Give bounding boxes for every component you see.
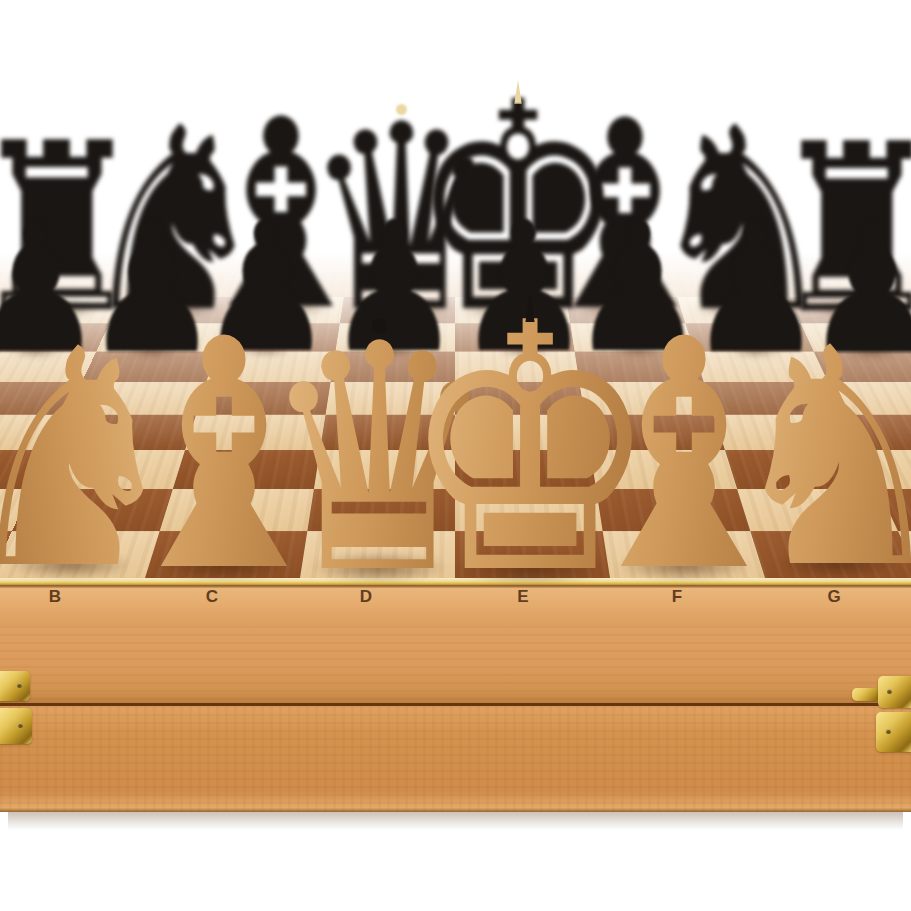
- screw-icon: [17, 683, 22, 688]
- piece-white-king-e1[interactable]: ♚: [400, 279, 661, 621]
- screw-icon: [18, 723, 23, 728]
- box-floor-shadow: [8, 812, 903, 830]
- right-latch-bottom-plate: [876, 712, 911, 752]
- box-base-grain: [0, 706, 911, 812]
- screw-icon: [886, 729, 891, 734]
- left-latch-bottom-plate: [0, 708, 32, 744]
- screw-icon: [887, 689, 892, 694]
- box-base-front: [0, 706, 911, 812]
- chess-photo-scene: ♜♞♝♛♚♝♞♜♟♟♟♟♟♟♟♟♞♝♛♚♝♞ BCDEFG: [0, 0, 911, 911]
- right-latch-top-plate: [878, 676, 911, 708]
- left-latch-top-plate: [0, 671, 30, 701]
